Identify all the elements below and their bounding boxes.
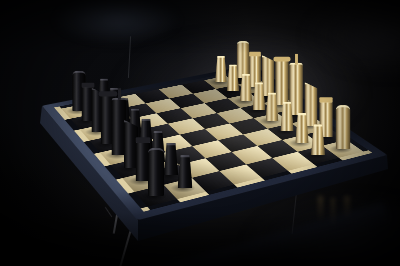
pieces-layer (0, 0, 400, 266)
piece-white-queen-d1 (275, 59, 288, 105)
piece-black-pawn-g7 (164, 143, 178, 175)
piece-white-pawn-a2 (215, 56, 227, 82)
piece-white-rook-h1 (335, 105, 350, 149)
piece-white-rook-a1 (237, 41, 249, 78)
piece-black-pawn-h7 (177, 155, 192, 188)
piece-white-bishop-c1 (262, 55, 274, 96)
piece-white-knight-b1 (249, 54, 261, 87)
piece-black-rook-h8 (148, 147, 164, 195)
photo-background (0, 0, 400, 266)
